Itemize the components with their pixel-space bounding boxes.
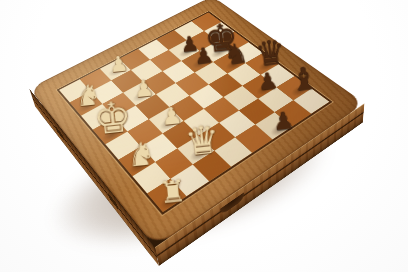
black-bishop-glyph: ♝ [288,62,319,96]
white-knight-glyph: ♞ [126,138,158,173]
piece-white-pawn: ♟ [98,58,130,80]
white-pawn-glyph: ♟ [108,53,129,76]
black-pawn-glyph: ♟ [193,45,214,68]
box-top-board: ♟♞♟♚♟♞♛♜♟♟♚♞♛♟♝♟ [29,0,364,247]
chess-box: ♟♞♟♚♟♞♛♜♟♟♚♞♛♟♝♟ [32,5,363,257]
piece-white-knight: ♞ [117,148,155,179]
piece-white-rook: ♜ [146,181,186,215]
product-photo-stage: ♟♞♟♚♟♞♛♜♟♟♚♞♛♟♝♟ [0,0,408,272]
white-queen-glyph: ♛ [183,119,221,161]
white-rook-glyph: ♜ [158,175,188,208]
black-pawn-glyph: ♟ [257,69,279,93]
piece-white-king: ♚ [91,118,126,146]
black-pawn-glyph: ♟ [271,109,295,135]
white-king-glyph: ♚ [92,95,134,141]
piece-white-pawn: ♟ [148,107,184,134]
piece-white-queen: ♛ [177,136,215,166]
white-pawn-glyph: ♟ [160,103,183,129]
piece-black-pawn: ♟ [244,74,279,98]
photo-scene: ♟♞♟♚♟♞♛♜♟♟♚♞♛♟♝♟ [0,0,408,272]
white-pawn-glyph: ♟ [133,77,155,101]
black-queen-glyph: ♛ [253,34,286,70]
black-knight-glyph: ♞ [223,39,250,69]
piece-black-pawn: ♟ [257,113,295,141]
piece-black-bishop: ♝ [279,76,315,101]
